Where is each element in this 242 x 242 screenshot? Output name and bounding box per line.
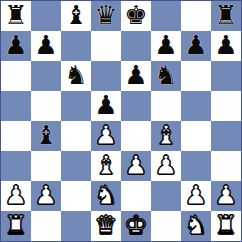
square-c5[interactable] — [61, 91, 91, 121]
square-a4[interactable] — [1, 121, 31, 151]
square-d8[interactable]: ♛ — [91, 1, 121, 31]
square-a2[interactable]: ♟ — [1, 181, 31, 211]
square-e4[interactable] — [121, 121, 151, 151]
black-pawn-piece[interactable]: ♟ — [94, 92, 117, 118]
white-pawn-piece[interactable]: ♟ — [154, 152, 177, 178]
square-c4[interactable] — [61, 121, 91, 151]
black-bishop-piece[interactable]: ♝ — [64, 2, 87, 28]
square-f5[interactable] — [151, 91, 181, 121]
square-b8[interactable] — [31, 1, 61, 31]
black-pawn-piece[interactable]: ♟ — [154, 32, 177, 58]
square-b1[interactable] — [31, 211, 61, 241]
square-h7[interactable]: ♟ — [211, 31, 241, 61]
square-b3[interactable] — [31, 151, 61, 181]
white-king-piece[interactable]: ♚ — [124, 212, 147, 238]
black-pawn-piece[interactable]: ♟ — [184, 32, 207, 58]
square-e2[interactable] — [121, 181, 151, 211]
square-c6[interactable]: ♞ — [61, 61, 91, 91]
square-g8[interactable] — [181, 1, 211, 31]
square-f7[interactable]: ♟ — [151, 31, 181, 61]
square-h6[interactable] — [211, 61, 241, 91]
square-c8[interactable]: ♝ — [61, 1, 91, 31]
square-d1[interactable]: ♛ — [91, 211, 121, 241]
square-g5[interactable] — [181, 91, 211, 121]
white-knight-piece[interactable]: ♞ — [94, 182, 117, 208]
square-c7[interactable] — [61, 31, 91, 61]
square-b6[interactable] — [31, 61, 61, 91]
white-pawn-piece[interactable]: ♟ — [184, 182, 207, 208]
square-h8[interactable]: ♜ — [211, 1, 241, 31]
square-g4[interactable] — [181, 121, 211, 151]
square-h1[interactable]: ♜ — [211, 211, 241, 241]
square-d5[interactable]: ♟ — [91, 91, 121, 121]
chess-board-container: ♜♝♛♚♜♟♟♟♟♟♞♟♞♟♝♟♝♝♟♟♟♟♞♟♟♜♛♚♞♜ — [0, 0, 242, 242]
square-f3[interactable]: ♟ — [151, 151, 181, 181]
square-f1[interactable] — [151, 211, 181, 241]
white-pawn-piece[interactable]: ♟ — [94, 122, 117, 148]
white-queen-piece[interactable]: ♛ — [94, 212, 117, 238]
square-b4[interactable]: ♝ — [31, 121, 61, 151]
white-rook-piece[interactable]: ♜ — [214, 212, 237, 238]
black-pawn-piece[interactable]: ♟ — [214, 32, 237, 58]
square-g7[interactable]: ♟ — [181, 31, 211, 61]
white-pawn-piece[interactable]: ♟ — [34, 182, 57, 208]
square-g3[interactable] — [181, 151, 211, 181]
square-a1[interactable]: ♜ — [1, 211, 31, 241]
square-e3[interactable]: ♟ — [121, 151, 151, 181]
square-a6[interactable] — [1, 61, 31, 91]
square-e7[interactable] — [121, 31, 151, 61]
square-b5[interactable] — [31, 91, 61, 121]
square-f6[interactable]: ♞ — [151, 61, 181, 91]
square-e1[interactable]: ♚ — [121, 211, 151, 241]
black-king-piece[interactable]: ♚ — [124, 2, 147, 28]
square-b2[interactable]: ♟ — [31, 181, 61, 211]
square-f2[interactable] — [151, 181, 181, 211]
white-bishop-piece[interactable]: ♝ — [154, 122, 177, 148]
black-rook-piece[interactable]: ♜ — [4, 2, 27, 28]
square-g1[interactable]: ♞ — [181, 211, 211, 241]
white-pawn-piece[interactable]: ♟ — [124, 152, 147, 178]
white-pawn-piece[interactable]: ♟ — [4, 182, 27, 208]
square-a8[interactable]: ♜ — [1, 1, 31, 31]
white-rook-piece[interactable]: ♜ — [4, 212, 27, 238]
chess-board: ♜♝♛♚♜♟♟♟♟♟♞♟♞♟♝♟♝♝♟♟♟♟♞♟♟♜♛♚♞♜ — [0, 0, 242, 242]
white-pawn-piece[interactable]: ♟ — [214, 182, 237, 208]
square-h3[interactable] — [211, 151, 241, 181]
square-f8[interactable] — [151, 1, 181, 31]
square-c3[interactable] — [61, 151, 91, 181]
square-d6[interactable] — [91, 61, 121, 91]
square-h4[interactable] — [211, 121, 241, 151]
black-queen-piece[interactable]: ♛ — [94, 2, 117, 28]
square-a3[interactable] — [1, 151, 31, 181]
square-f4[interactable]: ♝ — [151, 121, 181, 151]
black-pawn-piece[interactable]: ♟ — [124, 62, 147, 88]
square-c1[interactable] — [61, 211, 91, 241]
square-h2[interactable]: ♟ — [211, 181, 241, 211]
black-pawn-piece[interactable]: ♟ — [4, 32, 27, 58]
square-e5[interactable] — [121, 91, 151, 121]
square-d3[interactable]: ♝ — [91, 151, 121, 181]
white-bishop-piece[interactable]: ♝ — [94, 152, 117, 178]
black-bishop-piece[interactable]: ♝ — [34, 122, 57, 148]
square-c2[interactable] — [61, 181, 91, 211]
square-d4[interactable]: ♟ — [91, 121, 121, 151]
square-d7[interactable] — [91, 31, 121, 61]
black-knight-piece[interactable]: ♞ — [154, 62, 177, 88]
square-g6[interactable] — [181, 61, 211, 91]
square-h5[interactable] — [211, 91, 241, 121]
white-knight-piece[interactable]: ♞ — [184, 212, 207, 238]
square-b7[interactable]: ♟ — [31, 31, 61, 61]
square-g2[interactable]: ♟ — [181, 181, 211, 211]
square-d2[interactable]: ♞ — [91, 181, 121, 211]
square-e8[interactable]: ♚ — [121, 1, 151, 31]
square-a5[interactable] — [1, 91, 31, 121]
black-rook-piece[interactable]: ♜ — [214, 2, 237, 28]
square-a7[interactable]: ♟ — [1, 31, 31, 61]
square-e6[interactable]: ♟ — [121, 61, 151, 91]
black-knight-piece[interactable]: ♞ — [64, 62, 87, 88]
black-pawn-piece[interactable]: ♟ — [34, 32, 57, 58]
